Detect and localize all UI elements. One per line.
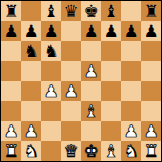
chess-board-frame: ♜♝♛♚♝♜♟♟♟♟♟♟♟♞♞♟♟♟♝♟♟♟♟♜♞♛♚♝♞♜ (0, 0, 162, 162)
square-b6[interactable]: ♞ (21, 41, 41, 61)
piece-black-queen: ♛ (63, 1, 78, 21)
piece-white-pawn: ♟ (123, 121, 138, 141)
piece-white-pawn: ♟ (3, 121, 18, 141)
piece-black-king: ♚ (83, 1, 98, 21)
square-f5[interactable] (101, 61, 121, 81)
piece-white-pawn: ♟ (23, 121, 38, 141)
square-h1[interactable]: ♜ (141, 141, 161, 161)
square-h6[interactable] (141, 41, 161, 61)
square-a1[interactable]: ♜ (1, 141, 21, 161)
piece-white-king: ♚ (83, 141, 98, 161)
square-a3[interactable] (1, 101, 21, 121)
piece-black-pawn: ♟ (143, 21, 158, 41)
piece-black-rook: ♜ (3, 1, 18, 21)
square-e5[interactable]: ♟ (81, 61, 101, 81)
square-c2[interactable] (41, 121, 61, 141)
square-c4[interactable]: ♟ (41, 81, 61, 101)
square-d7[interactable] (61, 21, 81, 41)
chess-board: ♜♝♛♚♝♜♟♟♟♟♟♟♟♞♞♟♟♟♝♟♟♟♟♜♞♛♚♝♞♜ (1, 1, 161, 161)
piece-white-pawn: ♟ (43, 81, 58, 101)
square-g4[interactable] (121, 81, 141, 101)
square-a6[interactable] (1, 41, 21, 61)
square-h5[interactable] (141, 61, 161, 81)
square-h2[interactable]: ♟ (141, 121, 161, 141)
square-b8[interactable] (21, 1, 41, 21)
square-e7[interactable]: ♟ (81, 21, 101, 41)
square-c3[interactable] (41, 101, 61, 121)
square-f1[interactable]: ♝ (101, 141, 121, 161)
square-a7[interactable]: ♟ (1, 21, 21, 41)
piece-white-rook: ♜ (3, 141, 18, 161)
piece-black-pawn: ♟ (43, 21, 58, 41)
piece-black-pawn: ♟ (103, 21, 118, 41)
piece-black-rook: ♜ (143, 1, 158, 21)
square-a4[interactable] (1, 81, 21, 101)
square-e1[interactable]: ♚ (81, 141, 101, 161)
square-b3[interactable] (21, 101, 41, 121)
piece-white-knight: ♞ (123, 141, 138, 161)
square-h8[interactable]: ♜ (141, 1, 161, 21)
square-b2[interactable]: ♟ (21, 121, 41, 141)
piece-white-bishop: ♝ (83, 101, 98, 121)
piece-black-bishop: ♝ (43, 1, 58, 21)
square-f4[interactable] (101, 81, 121, 101)
square-g3[interactable] (121, 101, 141, 121)
square-e2[interactable] (81, 121, 101, 141)
square-g2[interactable]: ♟ (121, 121, 141, 141)
square-c1[interactable] (41, 141, 61, 161)
square-c7[interactable]: ♟ (41, 21, 61, 41)
piece-white-rook: ♜ (143, 141, 158, 161)
square-d3[interactable] (61, 101, 81, 121)
square-g5[interactable] (121, 61, 141, 81)
square-b1[interactable]: ♞ (21, 141, 41, 161)
square-c8[interactable]: ♝ (41, 1, 61, 21)
square-d2[interactable] (61, 121, 81, 141)
square-f6[interactable] (101, 41, 121, 61)
square-g8[interactable] (121, 1, 141, 21)
piece-white-queen: ♛ (63, 141, 78, 161)
square-f8[interactable]: ♝ (101, 1, 121, 21)
square-d8[interactable]: ♛ (61, 1, 81, 21)
square-f3[interactable] (101, 101, 121, 121)
piece-black-bishop: ♝ (103, 1, 118, 21)
square-f2[interactable] (101, 121, 121, 141)
square-g7[interactable]: ♟ (121, 21, 141, 41)
piece-black-pawn: ♟ (23, 21, 38, 41)
square-d4[interactable]: ♟ (61, 81, 81, 101)
square-d1[interactable]: ♛ (61, 141, 81, 161)
square-c5[interactable] (41, 61, 61, 81)
square-a8[interactable]: ♜ (1, 1, 21, 21)
square-h3[interactable] (141, 101, 161, 121)
piece-white-pawn: ♟ (83, 61, 98, 81)
piece-black-knight: ♞ (43, 41, 58, 61)
square-b7[interactable]: ♟ (21, 21, 41, 41)
square-d6[interactable] (61, 41, 81, 61)
piece-black-knight: ♞ (23, 41, 38, 61)
square-g6[interactable] (121, 41, 141, 61)
piece-black-pawn: ♟ (83, 21, 98, 41)
piece-white-knight: ♞ (23, 141, 38, 161)
square-e6[interactable] (81, 41, 101, 61)
piece-black-pawn: ♟ (123, 21, 138, 41)
square-e8[interactable]: ♚ (81, 1, 101, 21)
square-h7[interactable]: ♟ (141, 21, 161, 41)
square-b5[interactable] (21, 61, 41, 81)
piece-white-pawn: ♟ (63, 81, 78, 101)
square-a2[interactable]: ♟ (1, 121, 21, 141)
piece-white-bishop: ♝ (103, 141, 118, 161)
square-d5[interactable] (61, 61, 81, 81)
square-c6[interactable]: ♞ (41, 41, 61, 61)
square-a5[interactable] (1, 61, 21, 81)
square-h4[interactable] (141, 81, 161, 101)
square-e3[interactable]: ♝ (81, 101, 101, 121)
square-e4[interactable] (81, 81, 101, 101)
square-f7[interactable]: ♟ (101, 21, 121, 41)
piece-white-pawn: ♟ (143, 121, 158, 141)
piece-black-pawn: ♟ (3, 21, 18, 41)
square-g1[interactable]: ♞ (121, 141, 141, 161)
square-b4[interactable] (21, 81, 41, 101)
